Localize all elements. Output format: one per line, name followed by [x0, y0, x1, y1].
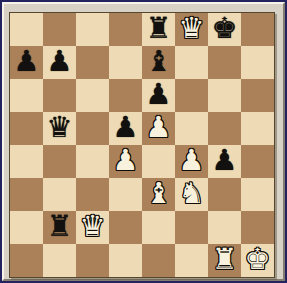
- square-e8[interactable]: ♜: [142, 13, 175, 46]
- square-c5[interactable]: [76, 112, 109, 145]
- black-pawn-g4: ♟: [212, 145, 238, 177]
- square-f7[interactable]: [175, 46, 208, 79]
- square-f4[interactable]: ♟: [175, 145, 208, 178]
- square-d5[interactable]: ♟: [109, 112, 142, 145]
- square-d8[interactable]: [109, 13, 142, 46]
- square-f3[interactable]: ♞: [175, 178, 208, 211]
- square-a2[interactable]: [10, 211, 43, 244]
- white-rook-g1: ♜: [212, 244, 238, 276]
- square-a1[interactable]: [10, 244, 43, 277]
- square-d3[interactable]: [109, 178, 142, 211]
- square-e4[interactable]: [142, 145, 175, 178]
- square-b6[interactable]: [43, 79, 76, 112]
- square-c2[interactable]: ♛: [76, 211, 109, 244]
- square-h5[interactable]: [241, 112, 274, 145]
- square-d2[interactable]: [109, 211, 142, 244]
- square-a8[interactable]: [10, 13, 43, 46]
- square-b2[interactable]: ♜: [43, 211, 76, 244]
- square-f2[interactable]: [175, 211, 208, 244]
- white-bishop-e3: ♝: [146, 178, 172, 210]
- square-f6[interactable]: [175, 79, 208, 112]
- square-h3[interactable]: [241, 178, 274, 211]
- square-h1[interactable]: ♚: [241, 244, 274, 277]
- square-b7[interactable]: ♟: [43, 46, 76, 79]
- black-rook-b2: ♜: [47, 211, 73, 243]
- black-king-g8: ♚: [212, 13, 238, 45]
- square-c3[interactable]: [76, 178, 109, 211]
- white-knight-f3: ♞: [179, 178, 205, 210]
- square-b1[interactable]: [43, 244, 76, 277]
- chess-board: ♜♛♚♟♟♝♟♛♟♟♟♟♟♝♞♜♛♜♚: [9, 12, 275, 278]
- square-a7[interactable]: ♟: [10, 46, 43, 79]
- square-g2[interactable]: [208, 211, 241, 244]
- square-b8[interactable]: [43, 13, 76, 46]
- square-c6[interactable]: [76, 79, 109, 112]
- white-pawn-d4: ♟: [113, 145, 139, 177]
- square-a4[interactable]: [10, 145, 43, 178]
- black-rook-e8: ♜: [146, 13, 172, 45]
- square-f8[interactable]: ♛: [175, 13, 208, 46]
- square-f1[interactable]: [175, 244, 208, 277]
- square-g6[interactable]: [208, 79, 241, 112]
- square-g3[interactable]: [208, 178, 241, 211]
- black-pawn-a7: ♟: [14, 46, 40, 78]
- square-h2[interactable]: [241, 211, 274, 244]
- square-h7[interactable]: [241, 46, 274, 79]
- square-e3[interactable]: ♝: [142, 178, 175, 211]
- white-king-h1: ♚: [245, 244, 271, 276]
- square-c4[interactable]: [76, 145, 109, 178]
- square-d6[interactable]: [109, 79, 142, 112]
- white-pawn-f4: ♟: [179, 145, 205, 177]
- square-a5[interactable]: [10, 112, 43, 145]
- square-g8[interactable]: ♚: [208, 13, 241, 46]
- square-e2[interactable]: [142, 211, 175, 244]
- white-pawn-e5: ♟: [146, 112, 172, 144]
- square-g5[interactable]: [208, 112, 241, 145]
- black-pawn-e6: ♟: [146, 79, 172, 111]
- square-d4[interactable]: ♟: [109, 145, 142, 178]
- square-a3[interactable]: [10, 178, 43, 211]
- square-c7[interactable]: [76, 46, 109, 79]
- square-h8[interactable]: [241, 13, 274, 46]
- square-c1[interactable]: [76, 244, 109, 277]
- square-a6[interactable]: [10, 79, 43, 112]
- square-h4[interactable]: [241, 145, 274, 178]
- black-pawn-d5: ♟: [113, 112, 139, 144]
- square-e1[interactable]: [142, 244, 175, 277]
- black-bishop-e7: ♝: [146, 46, 172, 78]
- square-d1[interactable]: [109, 244, 142, 277]
- square-e6[interactable]: ♟: [142, 79, 175, 112]
- square-c8[interactable]: [76, 13, 109, 46]
- square-g4[interactable]: ♟: [208, 145, 241, 178]
- white-queen-c2: ♛: [80, 211, 106, 243]
- square-h6[interactable]: [241, 79, 274, 112]
- square-f5[interactable]: [175, 112, 208, 145]
- white-queen-f8: ♛: [179, 13, 205, 45]
- square-e7[interactable]: ♝: [142, 46, 175, 79]
- square-e5[interactable]: ♟: [142, 112, 175, 145]
- black-pawn-b7: ♟: [47, 46, 73, 78]
- square-b4[interactable]: [43, 145, 76, 178]
- square-b5[interactable]: ♛: [43, 112, 76, 145]
- square-g1[interactable]: ♜: [208, 244, 241, 277]
- black-queen-b5: ♛: [47, 112, 73, 144]
- square-b3[interactable]: [43, 178, 76, 211]
- chess-app-window: ♜♛♚♟♟♝♟♛♟♟♟♟♟♝♞♜♛♜♚: [0, 0, 287, 283]
- square-g7[interactable]: [208, 46, 241, 79]
- square-d7[interactable]: [109, 46, 142, 79]
